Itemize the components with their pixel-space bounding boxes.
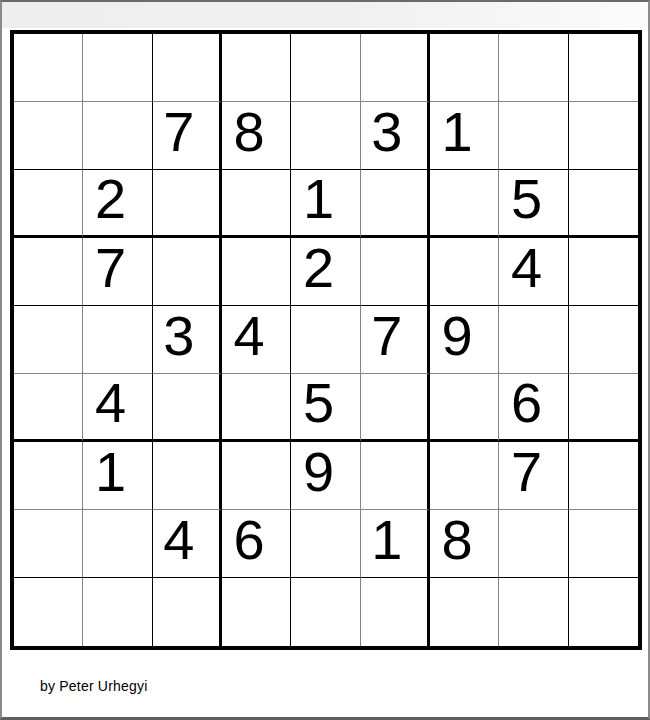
sudoku-cell-r6c3[interactable] — [153, 374, 222, 442]
sudoku-cell-r2c3[interactable]: 7 — [153, 102, 222, 170]
sudoku-cell-r6c5[interactable]: 5 — [291, 374, 360, 442]
sudoku-cell-r5c9[interactable] — [569, 306, 638, 374]
sudoku-cell-r4c3[interactable] — [153, 238, 222, 306]
window-frame: 783121572434794561974618 by Peter Urhegy… — [0, 0, 650, 720]
sudoku-cell-r2c7[interactable]: 1 — [430, 102, 499, 170]
sudoku-cell-r4c8[interactable]: 4 — [499, 238, 568, 306]
sudoku-cell-r4c4[interactable] — [222, 238, 291, 306]
sudoku-cell-r9c3[interactable] — [153, 578, 222, 646]
sudoku-cell-r8c6[interactable]: 1 — [361, 510, 430, 578]
sudoku-cell-r4c6[interactable] — [361, 238, 430, 306]
sudoku-cell-r7c3[interactable] — [153, 442, 222, 510]
sudoku-cell-r7c6[interactable] — [361, 442, 430, 510]
sudoku-cell-r5c4[interactable]: 4 — [222, 306, 291, 374]
sudoku-cell-r8c3[interactable]: 4 — [153, 510, 222, 578]
sudoku-cell-r3c3[interactable] — [153, 170, 222, 238]
sudoku-cell-r8c5[interactable] — [291, 510, 360, 578]
sudoku-cell-r7c1[interactable] — [14, 442, 83, 510]
sudoku-cell-r7c7[interactable] — [430, 442, 499, 510]
sudoku-cell-r1c7[interactable] — [430, 34, 499, 102]
sudoku-cell-r1c2[interactable] — [83, 34, 152, 102]
sudoku-cell-r9c2[interactable] — [83, 578, 152, 646]
sudoku-cell-r5c1[interactable] — [14, 306, 83, 374]
sudoku-cell-r1c1[interactable] — [14, 34, 83, 102]
sudoku-cell-r9c5[interactable] — [291, 578, 360, 646]
sudoku-cell-r7c9[interactable] — [569, 442, 638, 510]
sudoku-cell-r2c8[interactable] — [499, 102, 568, 170]
sudoku-cell-r4c9[interactable] — [569, 238, 638, 306]
sudoku-cell-r8c7[interactable]: 8 — [430, 510, 499, 578]
sudoku-cell-r1c9[interactable] — [569, 34, 638, 102]
sudoku-cell-r7c5[interactable]: 9 — [291, 442, 360, 510]
sudoku-cell-r9c6[interactable] — [361, 578, 430, 646]
sudoku-cell-r6c4[interactable] — [222, 374, 291, 442]
sudoku-cell-r8c2[interactable] — [83, 510, 152, 578]
sudoku-cell-r8c1[interactable] — [14, 510, 83, 578]
sudoku-cell-r5c5[interactable] — [291, 306, 360, 374]
sudoku-cell-r4c7[interactable] — [430, 238, 499, 306]
sudoku-cell-r3c4[interactable] — [222, 170, 291, 238]
sudoku-cell-r9c7[interactable] — [430, 578, 499, 646]
sudoku-cell-r7c2[interactable]: 1 — [83, 442, 152, 510]
sudoku-cell-r5c2[interactable] — [83, 306, 152, 374]
sudoku-cell-r4c2[interactable]: 7 — [83, 238, 152, 306]
sudoku-cell-r6c1[interactable] — [14, 374, 83, 442]
sudoku-cell-r5c6[interactable]: 7 — [361, 306, 430, 374]
sudoku-cell-r2c2[interactable] — [83, 102, 152, 170]
sudoku-cell-r8c4[interactable]: 6 — [222, 510, 291, 578]
sudoku-cell-r3c5[interactable]: 1 — [291, 170, 360, 238]
sudoku-cell-r1c3[interactable] — [153, 34, 222, 102]
sudoku-cell-r9c9[interactable] — [569, 578, 638, 646]
sudoku-cell-r1c6[interactable] — [361, 34, 430, 102]
sudoku-cell-r2c4[interactable]: 8 — [222, 102, 291, 170]
sudoku-cell-r2c1[interactable] — [14, 102, 83, 170]
sudoku-cell-r3c7[interactable] — [430, 170, 499, 238]
sudoku-cell-r2c9[interactable] — [569, 102, 638, 170]
sudoku-cell-r6c2[interactable]: 4 — [83, 374, 152, 442]
sudoku-cell-r3c8[interactable]: 5 — [499, 170, 568, 238]
sudoku-cell-r6c6[interactable] — [361, 374, 430, 442]
sudoku-cell-r9c4[interactable] — [222, 578, 291, 646]
sudoku-cell-r5c3[interactable]: 3 — [153, 306, 222, 374]
sudoku-cell-r6c9[interactable] — [569, 374, 638, 442]
sudoku-cell-r1c4[interactable] — [222, 34, 291, 102]
sudoku-cell-r7c8[interactable]: 7 — [499, 442, 568, 510]
sudoku-board: 783121572434794561974618 — [10, 30, 642, 650]
sudoku-cell-r4c5[interactable]: 2 — [291, 238, 360, 306]
sudoku-cell-r3c6[interactable] — [361, 170, 430, 238]
sudoku-cell-r6c7[interactable] — [430, 374, 499, 442]
sudoku-cell-r7c4[interactable] — [222, 442, 291, 510]
sudoku-cell-r2c6[interactable]: 3 — [361, 102, 430, 170]
sudoku-cell-r5c8[interactable] — [499, 306, 568, 374]
sudoku-cell-r3c1[interactable] — [14, 170, 83, 238]
sudoku-cell-r1c5[interactable] — [291, 34, 360, 102]
sudoku-cell-r5c7[interactable]: 9 — [430, 306, 499, 374]
sudoku-cell-r6c8[interactable]: 6 — [499, 374, 568, 442]
sudoku-cell-r2c5[interactable] — [291, 102, 360, 170]
sudoku-cell-r3c2[interactable]: 2 — [83, 170, 152, 238]
sudoku-cell-r4c1[interactable] — [14, 238, 83, 306]
header-band — [2, 2, 648, 28]
author-caption: by Peter Urhegyi — [40, 678, 147, 694]
sudoku-cell-r9c8[interactable] — [499, 578, 568, 646]
sudoku-cell-r3c9[interactable] — [569, 170, 638, 238]
sudoku-cell-r8c8[interactable] — [499, 510, 568, 578]
sudoku-cell-r8c9[interactable] — [569, 510, 638, 578]
sudoku-cell-r9c1[interactable] — [14, 578, 83, 646]
sudoku-cell-r1c8[interactable] — [499, 34, 568, 102]
